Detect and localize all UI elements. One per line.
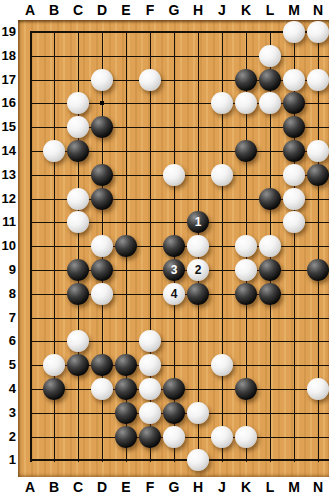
column-label-E: E <box>114 477 138 500</box>
stone-E4[interactable] <box>115 378 137 400</box>
column-label-C: C <box>66 477 90 500</box>
grid-line-col-A <box>30 32 32 462</box>
row-label-15: 15 <box>0 117 16 137</box>
stone-M16[interactable] <box>283 92 305 114</box>
stone-G8[interactable]: 4 <box>163 283 185 305</box>
column-label-A: A <box>18 477 42 500</box>
column-label-J: J <box>210 477 234 500</box>
stone-K9[interactable] <box>235 259 257 281</box>
grid-line-row-18 <box>30 56 329 57</box>
stone-L12[interactable] <box>259 188 281 210</box>
stone-J16[interactable] <box>211 92 233 114</box>
stone-D4[interactable] <box>91 378 113 400</box>
stone-B5[interactable] <box>43 354 65 376</box>
stone-F6[interactable] <box>139 330 161 352</box>
column-label-G: G <box>162 477 186 500</box>
stone-N17[interactable] <box>307 69 329 91</box>
stone-K8[interactable] <box>235 283 257 305</box>
stone-L9[interactable] <box>259 259 281 281</box>
stone-F3[interactable] <box>139 402 161 424</box>
row-label-1: 1 <box>0 450 16 470</box>
row-label-19: 19 <box>0 22 16 42</box>
stone-N4[interactable] <box>307 378 329 400</box>
stone-G4[interactable] <box>163 378 185 400</box>
stone-G3[interactable] <box>163 402 185 424</box>
move-number-label-4: 4 <box>163 283 185 305</box>
row-label-2: 2 <box>0 427 16 447</box>
stone-N13[interactable] <box>307 164 329 186</box>
stone-M19[interactable] <box>283 21 305 43</box>
column-label-K: K <box>234 0 258 20</box>
grid-line-row-1 <box>30 459 329 461</box>
stone-J5[interactable] <box>211 354 233 376</box>
column-label-N: N <box>306 0 329 20</box>
stone-C15[interactable] <box>67 116 89 138</box>
stone-M15[interactable] <box>283 116 305 138</box>
stone-H1[interactable] <box>187 449 209 471</box>
stone-K17[interactable] <box>235 69 257 91</box>
stone-K4[interactable] <box>235 378 257 400</box>
stone-L17[interactable] <box>259 69 281 91</box>
stone-H9[interactable]: 2 <box>187 259 209 281</box>
stone-F2[interactable] <box>139 426 161 448</box>
column-label-D: D <box>90 477 114 500</box>
go-board-diagram: ABCDEFGHJKLMN 19181716151413121110987654… <box>0 0 329 500</box>
stone-B14[interactable] <box>43 140 65 162</box>
column-label-D: D <box>90 0 114 20</box>
stone-E3[interactable] <box>115 402 137 424</box>
row-label-16: 16 <box>0 93 16 113</box>
column-label-B: B <box>42 0 66 20</box>
stone-M11[interactable] <box>283 211 305 233</box>
stone-M14[interactable] <box>283 140 305 162</box>
stone-C12[interactable] <box>67 188 89 210</box>
stone-H10[interactable] <box>187 235 209 257</box>
stone-H3[interactable] <box>187 402 209 424</box>
stone-G9[interactable]: 3 <box>163 259 185 281</box>
row-label-14: 14 <box>0 141 16 161</box>
stone-G13[interactable] <box>163 164 185 186</box>
stone-J2[interactable] <box>211 426 233 448</box>
go-board[interactable]: 1324 <box>18 20 329 477</box>
stone-D10[interactable] <box>91 235 113 257</box>
stone-D13[interactable] <box>91 164 113 186</box>
stone-C8[interactable] <box>67 283 89 305</box>
stone-M13[interactable] <box>283 164 305 186</box>
column-label-J: J <box>210 0 234 20</box>
stone-H11[interactable]: 1 <box>187 211 209 233</box>
row-label-17: 17 <box>0 70 16 90</box>
stone-M12[interactable] <box>283 188 305 210</box>
stone-C5[interactable] <box>67 354 89 376</box>
column-label-F: F <box>138 0 162 20</box>
bottom-coordinate-labels: ABCDEFGHJKLMN <box>0 477 329 500</box>
stone-K10[interactable] <box>235 235 257 257</box>
column-label-H: H <box>186 0 210 20</box>
stone-D9[interactable] <box>91 259 113 281</box>
row-label-3: 3 <box>0 403 16 423</box>
stone-C6[interactable] <box>67 330 89 352</box>
stone-N19[interactable] <box>307 21 329 43</box>
stone-D15[interactable] <box>91 116 113 138</box>
column-label-C: C <box>66 0 90 20</box>
row-label-6: 6 <box>0 331 16 351</box>
row-label-5: 5 <box>0 355 16 375</box>
stone-H8[interactable] <box>187 283 209 305</box>
row-label-9: 9 <box>0 260 16 280</box>
column-label-K: K <box>234 477 258 500</box>
stone-C16[interactable] <box>67 92 89 114</box>
stone-D8[interactable] <box>91 283 113 305</box>
column-label-G: G <box>162 0 186 20</box>
stone-C11[interactable] <box>67 211 89 233</box>
column-label-L: L <box>258 477 282 500</box>
stone-F4[interactable] <box>139 378 161 400</box>
column-label-E: E <box>114 0 138 20</box>
stone-G10[interactable] <box>163 235 185 257</box>
column-label-M: M <box>282 477 306 500</box>
left-coordinate-labels: 19181716151413121110987654321 <box>0 20 18 477</box>
stone-L18[interactable] <box>259 45 281 67</box>
stone-J13[interactable] <box>211 164 233 186</box>
stone-E5[interactable] <box>115 354 137 376</box>
stone-N14[interactable] <box>307 140 329 162</box>
column-label-B: B <box>42 477 66 500</box>
column-label-N: N <box>306 477 329 500</box>
row-label-13: 13 <box>0 165 16 185</box>
stone-L16[interactable] <box>259 92 281 114</box>
column-label-A: A <box>18 0 42 20</box>
stone-C9[interactable] <box>67 259 89 281</box>
stone-D12[interactable] <box>91 188 113 210</box>
stone-E2[interactable] <box>115 426 137 448</box>
stone-M17[interactable] <box>283 69 305 91</box>
column-label-M: M <box>282 0 306 20</box>
move-number-label-2: 2 <box>187 259 209 281</box>
row-label-18: 18 <box>0 46 16 66</box>
stone-F5[interactable] <box>139 354 161 376</box>
stone-L10[interactable] <box>259 235 281 257</box>
hoshi-point-D16 <box>100 101 104 105</box>
row-label-7: 7 <box>0 308 16 328</box>
stone-K2[interactable] <box>235 426 257 448</box>
row-label-8: 8 <box>0 284 16 304</box>
move-number-label-3: 3 <box>163 259 185 281</box>
row-label-12: 12 <box>0 189 16 209</box>
stone-N9[interactable] <box>307 259 329 281</box>
stone-G2[interactable] <box>163 426 185 448</box>
row-label-11: 11 <box>0 212 16 232</box>
top-coordinate-labels: ABCDEFGHJKLMN <box>0 0 329 20</box>
column-label-H: H <box>186 477 210 500</box>
stone-K14[interactable] <box>235 140 257 162</box>
column-label-F: F <box>138 477 162 500</box>
stone-E10[interactable] <box>115 235 137 257</box>
stone-D17[interactable] <box>91 69 113 91</box>
stone-L8[interactable] <box>259 283 281 305</box>
row-label-4: 4 <box>0 379 16 399</box>
stone-B4[interactable] <box>43 378 65 400</box>
stone-K16[interactable] <box>235 92 257 114</box>
stone-F17[interactable] <box>139 69 161 91</box>
column-label-L: L <box>258 0 282 20</box>
stone-C14[interactable] <box>67 140 89 162</box>
move-number-label-1: 1 <box>187 211 209 233</box>
stone-D5[interactable] <box>91 354 113 376</box>
grid-line-row-7 <box>30 318 329 319</box>
row-label-10: 10 <box>0 236 16 256</box>
